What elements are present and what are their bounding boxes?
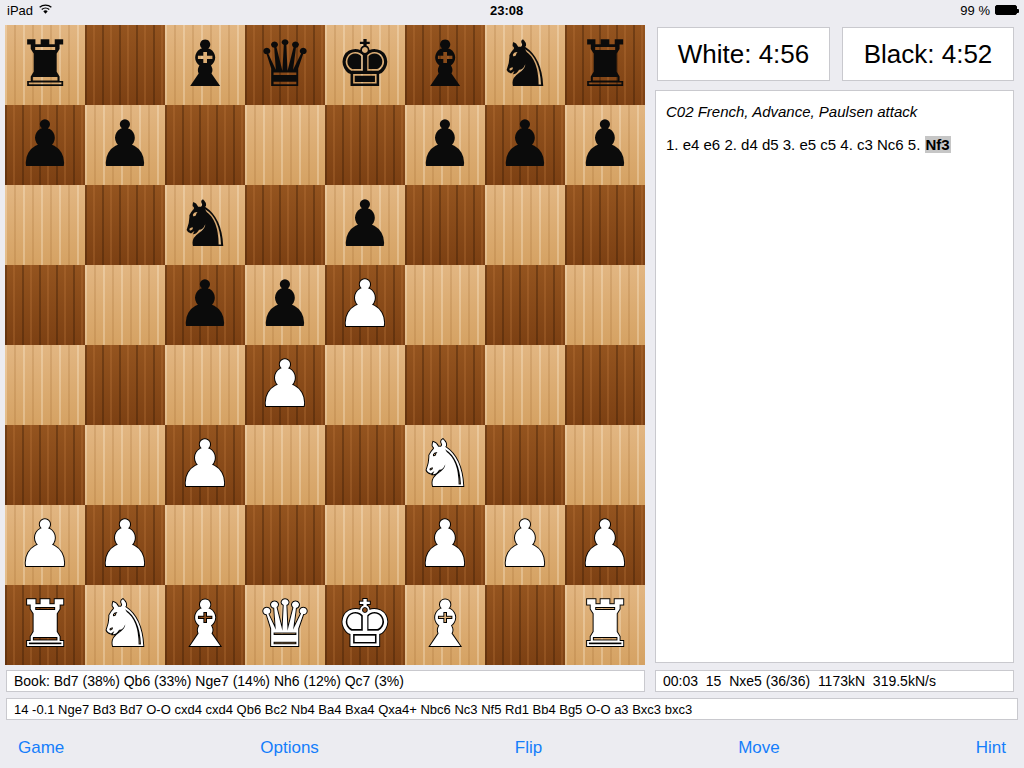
square-f6[interactable] — [405, 185, 485, 265]
square-e8[interactable]: ♚ — [325, 25, 405, 105]
square-e7[interactable] — [325, 105, 405, 185]
piece-white-knight: ♞ — [405, 425, 485, 505]
square-g8[interactable]: ♞ — [485, 25, 565, 105]
piece-white-king: ♚ — [325, 585, 405, 665]
move-button[interactable]: Move — [738, 738, 780, 758]
square-g6[interactable] — [485, 185, 565, 265]
square-g3[interactable] — [485, 425, 565, 505]
square-b2[interactable]: ♟ — [85, 505, 165, 585]
piece-black-knight: ♞ — [165, 185, 245, 265]
options-button[interactable]: Options — [260, 738, 319, 758]
square-c8[interactable]: ♝ — [165, 25, 245, 105]
piece-white-rook: ♜ — [565, 585, 645, 665]
square-f1[interactable]: ♝ — [405, 585, 485, 665]
square-c4[interactable] — [165, 345, 245, 425]
piece-black-bishop: ♝ — [165, 25, 245, 105]
clock-time: 23:08 — [490, 3, 523, 18]
piece-white-pawn: ♟ — [245, 345, 325, 425]
piece-black-rook: ♜ — [5, 25, 85, 105]
wifi-icon — [38, 3, 53, 18]
square-g2[interactable]: ♟ — [485, 505, 565, 585]
square-e4[interactable] — [325, 345, 405, 425]
book-moves-bar: Book: Bd7 (38%) Qb6 (33%) Nge7 (14%) Nh6… — [6, 670, 645, 692]
square-f3[interactable]: ♞ — [405, 425, 485, 505]
piece-white-pawn: ♟ — [165, 425, 245, 505]
piece-black-pawn: ♟ — [565, 105, 645, 185]
square-d4[interactable]: ♟ — [245, 345, 325, 425]
bottom-toolbar: Game Options Flip Move Hint — [0, 728, 1024, 768]
piece-white-knight: ♞ — [85, 585, 165, 665]
square-h1[interactable]: ♜ — [565, 585, 645, 665]
square-f2[interactable]: ♟ — [405, 505, 485, 585]
piece-black-king: ♚ — [325, 25, 405, 105]
square-a8[interactable]: ♜ — [5, 25, 85, 105]
square-e2[interactable] — [325, 505, 405, 585]
square-a4[interactable] — [5, 345, 85, 425]
piece-black-pawn: ♟ — [485, 105, 565, 185]
chess-board[interactable]: ♜♝♛♚♝♞♜♟♟♟♟♟♞♟♟♟♟♟♟♞♟♟♟♟♟♜♞♝♛♚♝♜ — [5, 25, 645, 665]
square-f4[interactable] — [405, 345, 485, 425]
square-a6[interactable] — [5, 185, 85, 265]
game-button[interactable]: Game — [18, 738, 64, 758]
piece-white-pawn: ♟ — [5, 505, 85, 585]
square-d7[interactable] — [245, 105, 325, 185]
status-bar: iPad 23:08 99 % — [0, 0, 1024, 20]
square-e6[interactable]: ♟ — [325, 185, 405, 265]
engine-line-bar: 14 -0.1 Nge7 Bd3 Bd7 O-O cxd4 cxd4 Qb6 B… — [6, 698, 1018, 720]
piece-black-pawn: ♟ — [165, 265, 245, 345]
square-g5[interactable] — [485, 265, 565, 345]
piece-black-queen: ♛ — [245, 25, 325, 105]
square-h5[interactable] — [565, 265, 645, 345]
analysis-panel[interactable]: C02 French, Advance, Paulsen attack 1. e… — [655, 90, 1014, 663]
square-g1[interactable] — [485, 585, 565, 665]
square-a1[interactable]: ♜ — [5, 585, 85, 665]
piece-black-bishop: ♝ — [405, 25, 485, 105]
square-a7[interactable]: ♟ — [5, 105, 85, 185]
piece-black-rook: ♜ — [565, 25, 645, 105]
piece-white-pawn: ♟ — [565, 505, 645, 585]
square-h8[interactable]: ♜ — [565, 25, 645, 105]
piece-black-pawn: ♟ — [5, 105, 85, 185]
piece-white-pawn: ♟ — [85, 505, 165, 585]
square-h3[interactable] — [565, 425, 645, 505]
square-h2[interactable]: ♟ — [565, 505, 645, 585]
piece-white-queen: ♛ — [245, 585, 325, 665]
battery-icon — [995, 5, 1017, 15]
piece-black-knight: ♞ — [485, 25, 565, 105]
white-clock: White: 4:56 — [657, 27, 830, 81]
square-d6[interactable] — [245, 185, 325, 265]
opening-name: C02 French, Advance, Paulsen attack — [666, 103, 1003, 120]
current-move: Nf3 — [925, 136, 951, 153]
square-c1[interactable]: ♝ — [165, 585, 245, 665]
square-a5[interactable] — [5, 265, 85, 345]
square-c7[interactable] — [165, 105, 245, 185]
hint-button[interactable]: Hint — [976, 738, 1006, 758]
square-b4[interactable] — [85, 345, 165, 425]
flip-button[interactable]: Flip — [515, 738, 542, 758]
square-f8[interactable]: ♝ — [405, 25, 485, 105]
square-e5[interactable]: ♟ — [325, 265, 405, 345]
square-d5[interactable]: ♟ — [245, 265, 325, 345]
square-b6[interactable] — [85, 185, 165, 265]
square-c6[interactable]: ♞ — [165, 185, 245, 265]
square-a3[interactable] — [5, 425, 85, 505]
battery-percent: 99 % — [960, 3, 990, 18]
square-b3[interactable] — [85, 425, 165, 505]
piece-white-bishop: ♝ — [165, 585, 245, 665]
square-c3[interactable]: ♟ — [165, 425, 245, 505]
engine-stats-bar: 00:03 15 Nxe5 (36/36) 1173kN 319.5kN/s — [655, 670, 1014, 692]
square-c2[interactable] — [165, 505, 245, 585]
square-a2[interactable]: ♟ — [5, 505, 85, 585]
square-g7[interactable]: ♟ — [485, 105, 565, 185]
square-f5[interactable] — [405, 265, 485, 345]
piece-black-pawn: ♟ — [85, 105, 165, 185]
square-h6[interactable] — [565, 185, 645, 265]
piece-black-pawn: ♟ — [245, 265, 325, 345]
square-d2[interactable] — [245, 505, 325, 585]
square-g4[interactable] — [485, 345, 565, 425]
square-b7[interactable]: ♟ — [85, 105, 165, 185]
moves-played: 1. e4 e6 2. d4 d5 3. e5 c5 4. c3 Nc6 5. — [666, 136, 925, 153]
device-label: iPad — [7, 3, 33, 18]
square-h7[interactable]: ♟ — [565, 105, 645, 185]
square-f7[interactable]: ♟ — [405, 105, 485, 185]
square-c5[interactable]: ♟ — [165, 265, 245, 345]
square-d3[interactable] — [245, 425, 325, 505]
piece-white-pawn: ♟ — [405, 505, 485, 585]
square-d1[interactable]: ♛ — [245, 585, 325, 665]
square-b5[interactable] — [85, 265, 165, 345]
square-e1[interactable]: ♚ — [325, 585, 405, 665]
piece-black-pawn: ♟ — [325, 185, 405, 265]
square-h4[interactable] — [565, 345, 645, 425]
move-list: 1. e4 e6 2. d4 d5 3. e5 c5 4. c3 Nc6 5. … — [666, 136, 1003, 153]
piece-white-pawn: ♟ — [485, 505, 565, 585]
square-b1[interactable]: ♞ — [85, 585, 165, 665]
piece-black-pawn: ♟ — [405, 105, 485, 185]
piece-white-rook: ♜ — [5, 585, 85, 665]
piece-white-bishop: ♝ — [405, 585, 485, 665]
piece-white-pawn: ♟ — [325, 265, 405, 345]
square-d8[interactable]: ♛ — [245, 25, 325, 105]
square-b8[interactable] — [85, 25, 165, 105]
black-clock: Black: 4:52 — [842, 27, 1014, 81]
square-e3[interactable] — [325, 425, 405, 505]
